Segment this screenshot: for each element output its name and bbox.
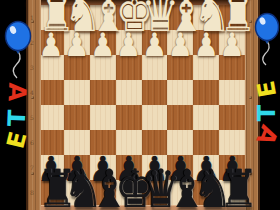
piece-black-knight[interactable]: ♞ bbox=[193, 163, 219, 210]
piece-black-rook[interactable]: ♜ bbox=[38, 163, 64, 210]
rank-label-7: 7 bbox=[27, 164, 37, 171]
piece-white-pawn[interactable]: ♟ bbox=[64, 29, 90, 61]
square-b4[interactable] bbox=[193, 80, 219, 105]
piece-white-pawn[interactable]: ♟ bbox=[116, 29, 142, 61]
piece-white-pawn[interactable]: ♟ bbox=[219, 29, 245, 61]
floating-letters-right: ETA bbox=[252, 75, 280, 151]
balloon-icon bbox=[3, 20, 33, 80]
square-d5[interactable] bbox=[142, 105, 168, 130]
piece-black-queen[interactable]: ♛ bbox=[142, 163, 168, 210]
square-f4[interactable] bbox=[90, 80, 116, 105]
piece-black-knight[interactable]: ♞ bbox=[64, 163, 90, 210]
frame-nail-icon bbox=[31, 172, 34, 175]
square-f5[interactable] bbox=[90, 105, 116, 130]
square-b5[interactable] bbox=[193, 105, 219, 130]
chess-app-screen: 12345678 ♜♞♝♚♛♝♞♜♟♟♟♟♟♟♟♟♟♟♟♟♟♟♟♟♜♞♝♚♛♝♞… bbox=[0, 0, 280, 210]
square-a5[interactable] bbox=[219, 105, 245, 130]
rank-label-8: 8 bbox=[27, 189, 37, 196]
square-a4[interactable] bbox=[219, 80, 245, 105]
piece-black-king[interactable]: ♚ bbox=[116, 163, 142, 210]
floating-letters-left: ATE bbox=[2, 78, 32, 154]
square-h4[interactable] bbox=[38, 80, 64, 105]
piece-black-rook[interactable]: ♜ bbox=[219, 163, 245, 210]
square-e5[interactable] bbox=[116, 105, 142, 130]
piece-black-bishop[interactable]: ♝ bbox=[167, 163, 193, 210]
square-g5[interactable] bbox=[64, 105, 90, 130]
piece-white-pawn[interactable]: ♟ bbox=[193, 29, 219, 61]
confetti-letter-e: E bbox=[2, 124, 32, 155]
piece-white-pawn[interactable]: ♟ bbox=[38, 29, 64, 61]
square-e4[interactable] bbox=[116, 80, 142, 105]
piece-white-pawn[interactable]: ♟ bbox=[142, 29, 168, 61]
square-c5[interactable] bbox=[167, 105, 193, 130]
square-g4[interactable] bbox=[64, 80, 90, 105]
square-h5[interactable] bbox=[38, 105, 64, 130]
square-c4[interactable] bbox=[167, 80, 193, 105]
piece-black-bishop[interactable]: ♝ bbox=[90, 163, 116, 210]
piece-white-pawn[interactable]: ♟ bbox=[90, 29, 116, 61]
square-d4[interactable] bbox=[142, 80, 168, 105]
piece-white-pawn[interactable]: ♟ bbox=[167, 29, 193, 61]
balloon-icon bbox=[253, 12, 280, 68]
confetti-letter-a: A bbox=[5, 79, 30, 106]
